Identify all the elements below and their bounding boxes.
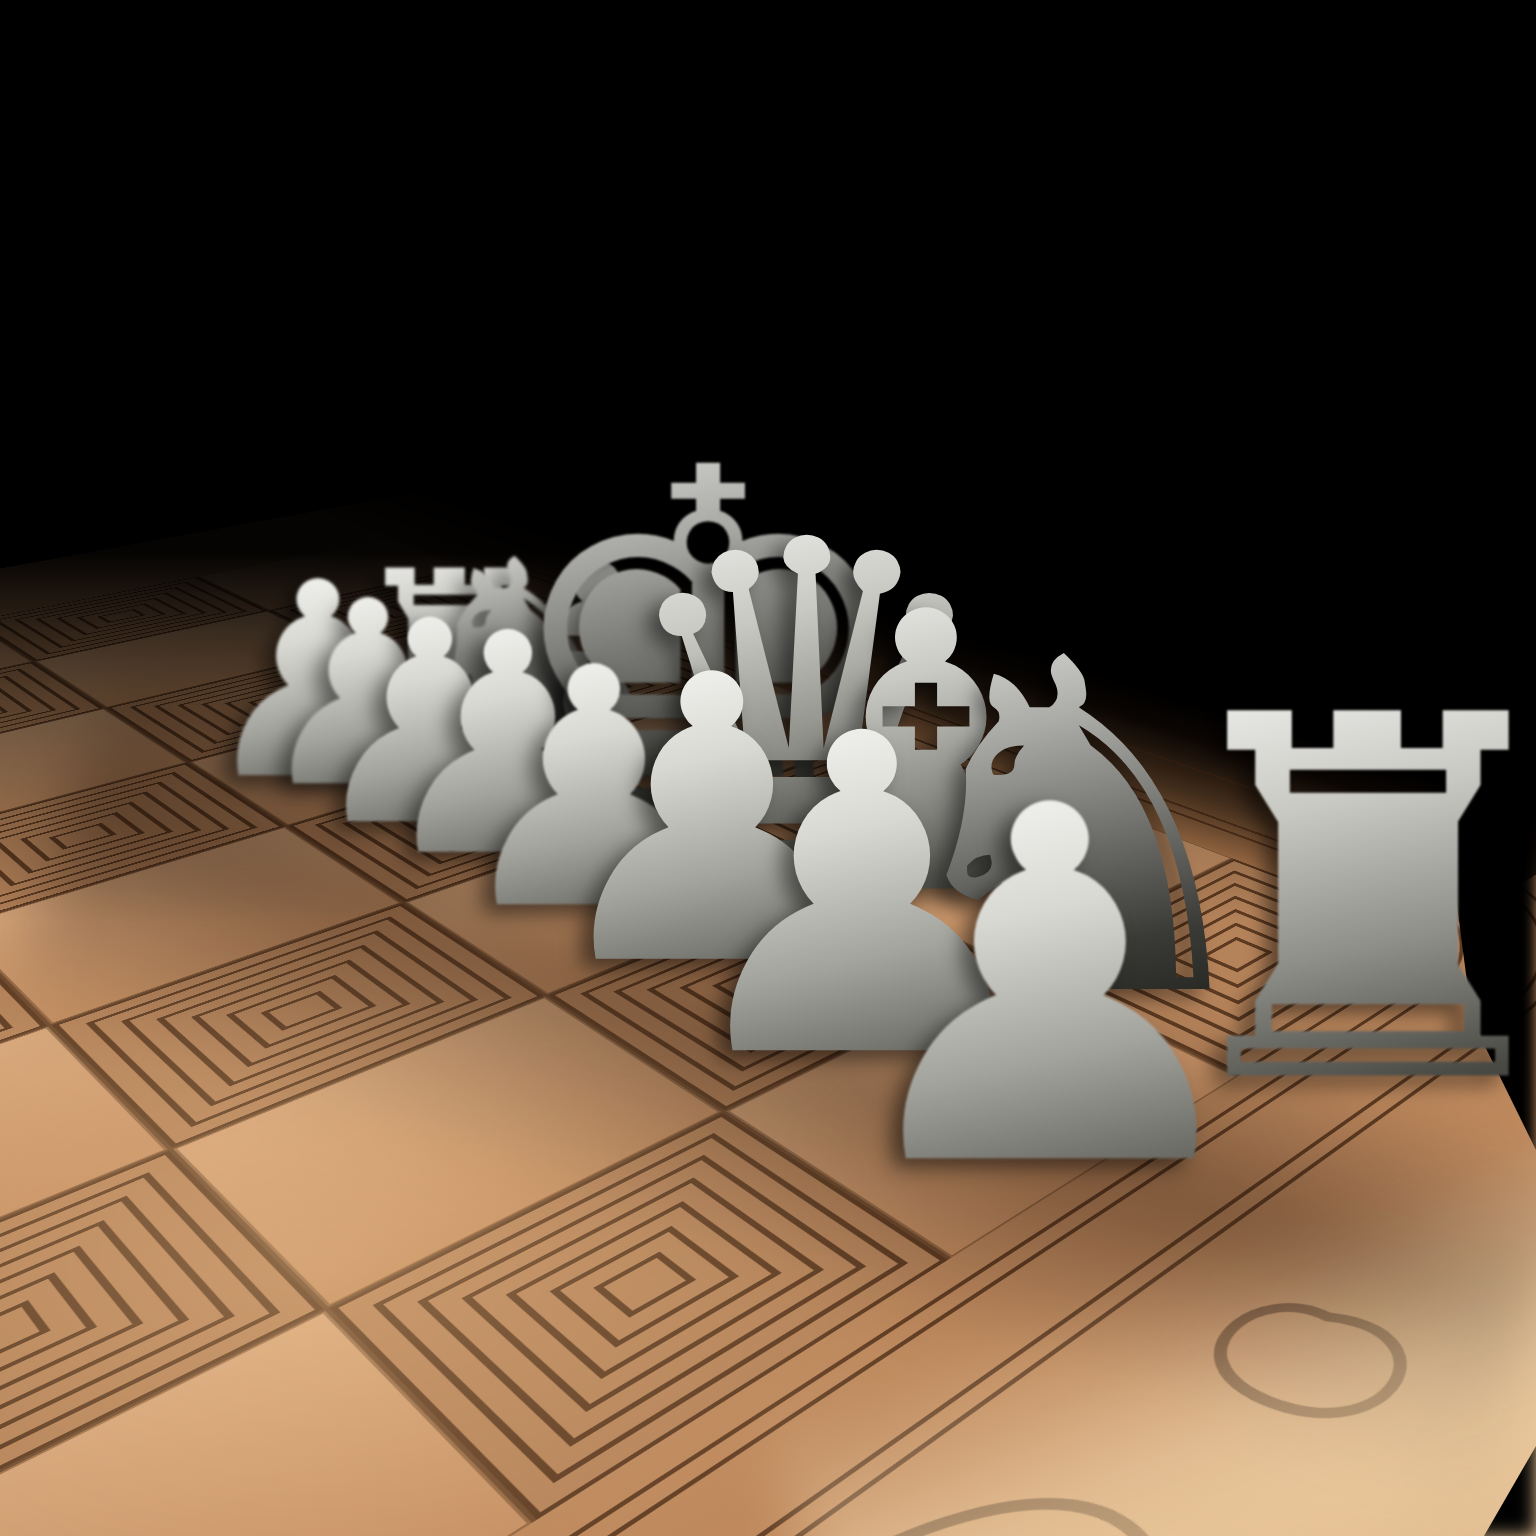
chess-photo-scene: ♜♞♝♚♛♝♞♜♟♟♟♟♟♟♟♟ — [0, 0, 1536, 1536]
piece-pawn-a2[interactable]: ♟ — [830, 744, 1269, 1234]
pieces-layer: ♜♞♝♚♛♝♞♜♟♟♟♟♟♟♟♟ — [0, 0, 1536, 1536]
pawn-glyph: ♟ — [830, 744, 1269, 1234]
